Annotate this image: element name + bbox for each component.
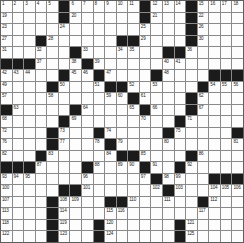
- cell-r1c15[interactable]: 13: [163, 1, 174, 12]
- cell-r11c7[interactable]: 69: [70, 116, 81, 127]
- cell-r9c19[interactable]: [209, 93, 220, 104]
- cell-r13c1[interactable]: 76: [1, 139, 12, 150]
- cell-r7c13[interactable]: [140, 70, 151, 81]
- cell-r17c11[interactable]: [117, 185, 128, 196]
- cell-r21c18[interactable]: [198, 231, 209, 242]
- cell-r4c14[interactable]: [151, 36, 162, 47]
- cell-r4c18[interactable]: 30: [198, 36, 209, 47]
- cell-r6c20[interactable]: [221, 59, 232, 70]
- cell-r14c10[interactable]: 84: [105, 151, 116, 162]
- cell-r11c20[interactable]: [221, 116, 232, 127]
- cell-r5c21[interactable]: [232, 47, 243, 58]
- cell-r11c21[interactable]: [232, 116, 243, 127]
- cell-r8c12[interactable]: 52: [128, 82, 139, 93]
- cell-r2c8[interactable]: [82, 13, 93, 24]
- cell-r14c15[interactable]: [163, 151, 174, 162]
- cell-r2c18[interactable]: 22: [198, 13, 209, 24]
- cell-r19c8[interactable]: [82, 208, 93, 219]
- cell-r14c8[interactable]: [82, 151, 93, 162]
- cell-r15c19[interactable]: [209, 162, 220, 173]
- cell-r8c3[interactable]: [24, 82, 35, 93]
- cell-r10c20[interactable]: [221, 105, 232, 116]
- cell-r8c4[interactable]: [36, 82, 47, 93]
- cell-r19c10[interactable]: 115: [105, 208, 116, 219]
- cell-r18c15[interactable]: 111: [163, 197, 174, 208]
- cell-r15c12[interactable]: 90: [128, 162, 139, 173]
- cell-r21c1[interactable]: 122: [1, 231, 12, 242]
- cell-r4c16[interactable]: [175, 36, 186, 47]
- cell-r21c19[interactable]: [209, 231, 220, 242]
- cell-r19c15[interactable]: [163, 208, 174, 219]
- cell-r9c20[interactable]: [221, 93, 232, 104]
- cell-r16c6[interactable]: [59, 174, 70, 185]
- cell-r18c4[interactable]: [36, 197, 47, 208]
- cell-r18c12[interactable]: 110: [128, 197, 139, 208]
- cell-r6c11[interactable]: [117, 59, 128, 70]
- cell-r7c7[interactable]: 45: [70, 70, 81, 81]
- cell-r18c9[interactable]: [94, 197, 105, 208]
- cell-r7c1[interactable]: 42: [1, 70, 12, 81]
- cell-r5c17[interactable]: 36: [186, 47, 197, 58]
- cell-r12c18[interactable]: [198, 128, 209, 139]
- cell-r3c15[interactable]: [163, 24, 174, 35]
- cell-r15c11[interactable]: 89: [117, 162, 128, 173]
- cell-r21c3[interactable]: [24, 231, 35, 242]
- cell-r12c2[interactable]: [13, 128, 24, 139]
- cell-r10c15[interactable]: [163, 105, 174, 116]
- cell-r19c2[interactable]: [13, 208, 24, 219]
- cell-r16c13[interactable]: 97: [140, 174, 151, 185]
- cell-r16c3[interactable]: 95: [24, 174, 35, 185]
- cell-r17c3[interactable]: [24, 185, 35, 196]
- cell-r19c20[interactable]: [221, 208, 232, 219]
- cell-r9c14[interactable]: [151, 93, 162, 104]
- cell-r19c3[interactable]: [24, 208, 35, 219]
- cell-r13c3[interactable]: [24, 139, 35, 150]
- cell-r21c2[interactable]: [13, 231, 24, 242]
- cell-r13c20[interactable]: [221, 139, 232, 150]
- cell-r9c3[interactable]: [24, 93, 35, 104]
- cell-r6c19[interactable]: [209, 59, 220, 70]
- cell-r6c7[interactable]: 38: [70, 59, 81, 70]
- cell-r13c13[interactable]: [140, 139, 151, 150]
- cell-r13c15[interactable]: 80: [163, 139, 174, 150]
- cell-r15c17[interactable]: 92: [186, 162, 197, 173]
- cell-r18c3[interactable]: [24, 197, 35, 208]
- cell-r1c20[interactable]: 17: [221, 1, 232, 12]
- cell-r9c7[interactable]: [70, 93, 81, 104]
- cell-r3c18[interactable]: 26: [198, 24, 209, 35]
- cell-r18c13[interactable]: [140, 197, 151, 208]
- cell-r17c1[interactable]: 100: [1, 185, 12, 196]
- cell-r9c1[interactable]: 57: [1, 93, 12, 104]
- cell-r11c8[interactable]: [82, 116, 93, 127]
- cell-r11c15[interactable]: [163, 116, 174, 127]
- cell-r11c17[interactable]: 71: [186, 116, 197, 127]
- cell-r10c19[interactable]: [209, 105, 220, 116]
- cell-r11c2[interactable]: [13, 116, 24, 127]
- cell-r4c3[interactable]: [24, 36, 35, 47]
- cell-r2c3[interactable]: [24, 13, 35, 24]
- cell-r13c11[interactable]: 79: [117, 139, 128, 150]
- cell-r14c7[interactable]: [70, 151, 81, 162]
- cell-r16c2[interactable]: 94: [13, 174, 24, 185]
- cell-r21c11[interactable]: [117, 231, 128, 242]
- cell-r5c18[interactable]: [198, 47, 209, 58]
- cell-r4c6[interactable]: [59, 36, 70, 47]
- cell-r11c3[interactable]: [24, 116, 35, 127]
- cell-r20c21[interactable]: [232, 220, 243, 231]
- cell-r12c1[interactable]: 72: [1, 128, 12, 139]
- cell-r20c20[interactable]: [221, 220, 232, 231]
- cell-r15c4[interactable]: 87: [36, 162, 47, 173]
- cell-r16c9[interactable]: [94, 174, 105, 185]
- cell-r12c4[interactable]: [36, 128, 47, 139]
- cell-r13c16[interactable]: [175, 139, 186, 150]
- cell-r13c6[interactable]: 77: [59, 139, 70, 150]
- cell-r3c12[interactable]: [128, 24, 139, 35]
- cell-r5c5[interactable]: [47, 47, 58, 58]
- cell-r8c21[interactable]: 56: [232, 82, 243, 93]
- cell-r14c3[interactable]: [24, 151, 35, 162]
- cell-r7c8[interactable]: 46: [82, 70, 93, 81]
- cell-r8c9[interactable]: 51: [94, 82, 105, 93]
- cell-r11c11[interactable]: [117, 116, 128, 127]
- cell-r10c5[interactable]: [47, 105, 58, 116]
- cell-r16c8[interactable]: 96: [82, 174, 93, 185]
- cell-r3c10[interactable]: [105, 24, 116, 35]
- cell-r20c2[interactable]: [13, 220, 24, 231]
- cell-r14c9[interactable]: [94, 151, 105, 162]
- cell-r21c7[interactable]: [70, 231, 81, 242]
- cell-r8c17[interactable]: [186, 82, 197, 93]
- cell-r8c7[interactable]: [70, 82, 81, 93]
- cell-r18c2[interactable]: [13, 197, 24, 208]
- cell-r5c12[interactable]: 35: [128, 47, 139, 58]
- cell-r1c1[interactable]: 1: [1, 1, 12, 12]
- cell-r20c1[interactable]: 118: [1, 220, 12, 231]
- cell-r20c6[interactable]: 119: [59, 220, 70, 231]
- cell-r12c16[interactable]: 75: [175, 128, 186, 139]
- cell-r15c20[interactable]: [221, 162, 232, 173]
- cell-r11c1[interactable]: 68: [1, 116, 12, 127]
- cell-r5c8[interactable]: 33: [82, 47, 93, 58]
- cell-r1c12[interactable]: 11: [128, 1, 139, 12]
- cell-r16c17[interactable]: [186, 174, 197, 185]
- cell-r14c6[interactable]: [59, 151, 70, 162]
- cell-r12c8[interactable]: [82, 128, 93, 139]
- cell-r15c18[interactable]: [198, 162, 209, 173]
- cell-r7c18[interactable]: [198, 70, 209, 81]
- cell-r19c9[interactable]: [94, 208, 105, 219]
- cell-r18c21[interactable]: [232, 197, 243, 208]
- cell-r17c8[interactable]: 101: [82, 185, 93, 196]
- cell-r5c1[interactable]: 31: [1, 47, 12, 58]
- cell-r16c4[interactable]: [36, 174, 47, 185]
- cell-r4c5[interactable]: 28: [47, 36, 58, 47]
- cell-r10c18[interactable]: 67: [198, 105, 209, 116]
- cell-r1c9[interactable]: 8: [94, 1, 105, 12]
- cell-r12c10[interactable]: 74: [105, 128, 116, 139]
- cell-r8c1[interactable]: 49: [1, 82, 12, 93]
- cell-r3c3[interactable]: [24, 24, 35, 35]
- cell-r1c4[interactable]: 4: [36, 1, 47, 12]
- cell-r20c8[interactable]: [82, 220, 93, 231]
- cell-r21c8[interactable]: [82, 231, 93, 242]
- cell-r14c14[interactable]: [151, 151, 162, 162]
- cell-r13c8[interactable]: [82, 139, 93, 150]
- cell-r8c2[interactable]: [13, 82, 24, 93]
- cell-r15c5[interactable]: [47, 162, 58, 173]
- cell-r2c9[interactable]: [94, 13, 105, 24]
- cell-r3c14[interactable]: [151, 24, 162, 35]
- cell-r19c19[interactable]: [209, 208, 220, 219]
- cell-r17c19[interactable]: 104: [209, 185, 220, 196]
- cell-r12c3[interactable]: [24, 128, 35, 139]
- cell-r19c18[interactable]: 117: [198, 208, 209, 219]
- cell-r21c21[interactable]: [232, 231, 243, 242]
- cell-r3c16[interactable]: [175, 24, 186, 35]
- cell-r2c10[interactable]: [105, 13, 116, 24]
- cell-r3c5[interactable]: [47, 24, 58, 35]
- cell-r20c7[interactable]: [70, 220, 81, 231]
- cell-r11c14[interactable]: [151, 116, 162, 127]
- cell-r17c12[interactable]: [128, 185, 139, 196]
- cell-r19c4[interactable]: [36, 208, 47, 219]
- cell-r19c11[interactable]: 116: [117, 208, 128, 219]
- cell-r11c19[interactable]: [209, 116, 220, 127]
- cell-r3c1[interactable]: 23: [1, 24, 12, 35]
- cell-r9c8[interactable]: [82, 93, 93, 104]
- cell-r5c14[interactable]: [151, 47, 162, 58]
- cell-r15c14[interactable]: 91: [151, 162, 162, 173]
- cell-r16c15[interactable]: 98: [163, 174, 174, 185]
- cell-r9c16[interactable]: [175, 93, 186, 104]
- cell-r14c21[interactable]: [232, 151, 243, 162]
- cell-r19c16[interactable]: [175, 208, 186, 219]
- cell-r5c9[interactable]: [94, 47, 105, 58]
- cell-r20c19[interactable]: [209, 220, 220, 231]
- cell-r8c8[interactable]: [82, 82, 93, 93]
- cell-r15c21[interactable]: [232, 162, 243, 173]
- cell-r1c18[interactable]: 15: [198, 1, 209, 12]
- cell-r7c11[interactable]: [117, 70, 128, 81]
- cell-r9c2[interactable]: [13, 93, 24, 104]
- cell-r4c2[interactable]: [13, 36, 24, 47]
- cell-r2c1[interactable]: 19: [1, 13, 12, 24]
- cell-r10c21[interactable]: [232, 105, 243, 116]
- cell-r17c20[interactable]: 105: [221, 185, 232, 196]
- cell-r16c5[interactable]: [47, 174, 58, 185]
- cell-r1c5[interactable]: 5: [47, 1, 58, 12]
- cell-r2c15[interactable]: [163, 13, 174, 24]
- cell-r20c14[interactable]: [151, 220, 162, 231]
- cell-r21c17[interactable]: 125: [186, 231, 197, 242]
- cell-r8c16[interactable]: [175, 82, 186, 93]
- cell-r20c17[interactable]: 121: [186, 220, 197, 231]
- cell-r9c5[interactable]: 58: [47, 93, 58, 104]
- cell-r3c9[interactable]: [94, 24, 105, 35]
- cell-r5c10[interactable]: [105, 47, 116, 58]
- cell-r8c19[interactable]: 54: [209, 82, 220, 93]
- cell-r17c4[interactable]: [36, 185, 47, 196]
- cell-r12c13[interactable]: [140, 128, 151, 139]
- cell-r2c14[interactable]: 21: [151, 13, 162, 24]
- cell-r6c4[interactable]: 37: [36, 59, 47, 70]
- cell-r21c4[interactable]: [36, 231, 47, 242]
- cell-r4c1[interactable]: 27: [1, 36, 12, 47]
- cell-r9c10[interactable]: 59: [105, 93, 116, 104]
- cell-r15c7[interactable]: [70, 162, 81, 173]
- cell-r12c6[interactable]: 73: [59, 128, 70, 139]
- cell-r11c5[interactable]: [47, 116, 58, 127]
- cell-r3c13[interactable]: 25: [140, 24, 151, 35]
- cell-r19c1[interactable]: 113: [1, 208, 12, 219]
- cell-r19c13[interactable]: [140, 208, 151, 219]
- cell-r2c19[interactable]: [209, 13, 220, 24]
- cell-r13c14[interactable]: [151, 139, 162, 150]
- cell-r17c18[interactable]: [198, 185, 209, 196]
- cell-r14c13[interactable]: 85: [140, 151, 151, 162]
- cell-r4c20[interactable]: [221, 36, 232, 47]
- cell-r1c8[interactable]: 7: [82, 1, 93, 12]
- cell-r10c8[interactable]: 64: [82, 105, 93, 116]
- cell-r8c14[interactable]: 53: [151, 82, 162, 93]
- cell-r18c7[interactable]: 109: [70, 197, 81, 208]
- cell-r10c4[interactable]: [36, 105, 47, 116]
- cell-r4c15[interactable]: [163, 36, 174, 47]
- cell-r14c5[interactable]: 83: [47, 151, 58, 162]
- cell-r4c9[interactable]: [94, 36, 105, 47]
- cell-r6c14[interactable]: [151, 59, 162, 70]
- cell-r18c16[interactable]: [175, 197, 186, 208]
- cell-r17c9[interactable]: [94, 185, 105, 196]
- cell-r3c21[interactable]: [232, 24, 243, 35]
- cell-r1c21[interactable]: 18: [232, 1, 243, 12]
- cell-r10c11[interactable]: [117, 105, 128, 116]
- cell-r7c4[interactable]: [36, 70, 47, 81]
- cell-r13c7[interactable]: [70, 139, 81, 150]
- cell-r9c13[interactable]: 61: [140, 93, 151, 104]
- cell-r6c16[interactable]: 41: [175, 59, 186, 70]
- cell-r19c17[interactable]: [186, 208, 197, 219]
- cell-r4c8[interactable]: [82, 36, 93, 47]
- cell-r11c10[interactable]: [105, 116, 116, 127]
- cell-r19c12[interactable]: [128, 208, 139, 219]
- cell-r17c16[interactable]: 103: [175, 185, 186, 196]
- cell-r3c7[interactable]: [70, 24, 81, 35]
- cell-r11c4[interactable]: [36, 116, 47, 127]
- cell-r20c13[interactable]: [140, 220, 151, 231]
- cell-r11c9[interactable]: [94, 116, 105, 127]
- cell-r21c12[interactable]: [128, 231, 139, 242]
- cell-r10c3[interactable]: [24, 105, 35, 116]
- cell-r3c4[interactable]: [36, 24, 47, 35]
- cell-r6c6[interactable]: [59, 59, 70, 70]
- cell-r7c17[interactable]: [186, 70, 197, 81]
- cell-r2c11[interactable]: [117, 13, 128, 24]
- cell-r21c14[interactable]: [151, 231, 162, 242]
- cell-r12c14[interactable]: [151, 128, 162, 139]
- cell-r2c20[interactable]: [221, 13, 232, 24]
- cell-r12c20[interactable]: [221, 128, 232, 139]
- cell-r20c12[interactable]: [128, 220, 139, 231]
- cell-r9c4[interactable]: [36, 93, 47, 104]
- cell-r17c5[interactable]: [47, 185, 58, 196]
- cell-r18c20[interactable]: [221, 197, 232, 208]
- cell-r14c19[interactable]: [209, 151, 220, 162]
- cell-r9c21[interactable]: [232, 93, 243, 104]
- cell-r4c21[interactable]: [232, 36, 243, 47]
- cell-r7c3[interactable]: 44: [24, 70, 35, 81]
- cell-r2c7[interactable]: 20: [70, 13, 81, 24]
- cell-r16c7[interactable]: [70, 174, 81, 185]
- cell-r1c7[interactable]: 6: [70, 1, 81, 12]
- cell-r14c16[interactable]: [175, 151, 186, 162]
- cell-r13c18[interactable]: [198, 139, 209, 150]
- cell-r6c15[interactable]: 40: [163, 59, 174, 70]
- cell-r7c2[interactable]: 43: [13, 70, 24, 81]
- cell-r18c17[interactable]: [186, 197, 197, 208]
- cell-r12c12[interactable]: [128, 128, 139, 139]
- cell-r2c12[interactable]: [128, 13, 139, 24]
- cell-r9c6[interactable]: [59, 93, 70, 104]
- cell-r20c11[interactable]: [117, 220, 128, 231]
- cell-r3c20[interactable]: [221, 24, 232, 35]
- cell-r4c19[interactable]: [209, 36, 220, 47]
- cell-r10c2[interactable]: 63: [13, 105, 24, 116]
- cell-r5c13[interactable]: [140, 47, 151, 58]
- cell-r13c9[interactable]: 78: [94, 139, 105, 150]
- cell-r5c3[interactable]: [24, 47, 35, 58]
- cell-r18c8[interactable]: [82, 197, 93, 208]
- cell-r20c15[interactable]: [163, 220, 174, 231]
- cell-r16c10[interactable]: [105, 174, 116, 185]
- cell-r15c15[interactable]: [163, 162, 174, 173]
- cell-r2c4[interactable]: [36, 13, 47, 24]
- cell-r13c12[interactable]: [128, 139, 139, 150]
- cell-r17c2[interactable]: [13, 185, 24, 196]
- cell-r12c17[interactable]: [186, 128, 197, 139]
- cell-r2c21[interactable]: [232, 13, 243, 24]
- cell-r10c6[interactable]: [59, 105, 70, 116]
- cell-r17c14[interactable]: 102: [151, 185, 162, 196]
- cell-r3c2[interactable]: [13, 24, 24, 35]
- cell-r18c1[interactable]: 107: [1, 197, 12, 208]
- cell-r13c2[interactable]: [13, 139, 24, 150]
- cell-r18c19[interactable]: 112: [209, 197, 220, 208]
- cell-r10c16[interactable]: [175, 105, 186, 116]
- cell-r5c20[interactable]: [221, 47, 232, 58]
- cell-r18c14[interactable]: [151, 197, 162, 208]
- cell-r2c5[interactable]: [47, 13, 58, 24]
- cell-r13c21[interactable]: 81: [232, 139, 243, 150]
- cell-r15c10[interactable]: [105, 162, 116, 173]
- cell-r6c18[interactable]: [198, 59, 209, 70]
- cell-r13c17[interactable]: [186, 139, 197, 150]
- cell-r5c6[interactable]: [59, 47, 70, 58]
- cell-r19c21[interactable]: [232, 208, 243, 219]
- cell-r13c4[interactable]: [36, 139, 47, 150]
- cell-r13c19[interactable]: [209, 139, 220, 150]
- cell-r20c3[interactable]: [24, 220, 35, 231]
- cell-r21c15[interactable]: [163, 231, 174, 242]
- cell-r9c11[interactable]: 60: [117, 93, 128, 104]
- cell-r21c10[interactable]: 124: [105, 231, 116, 242]
- cell-r15c9[interactable]: 88: [94, 162, 105, 173]
- cell-r11c18[interactable]: [198, 116, 209, 127]
- cell-r4c7[interactable]: [70, 36, 81, 47]
